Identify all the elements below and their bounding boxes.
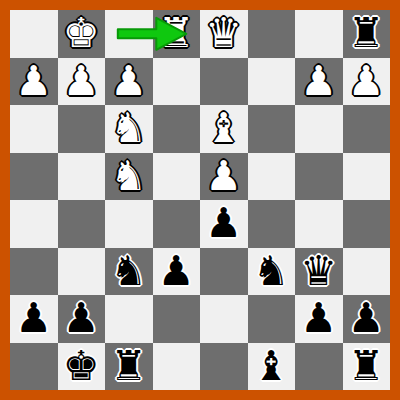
square-e2[interactable] — [153, 58, 201, 106]
piece-black-pawn[interactable]: ♟ — [295, 295, 343, 343]
piece-white-pawn[interactable]: ♟ — [58, 58, 106, 106]
square-f8[interactable]: ♜ — [105, 343, 153, 391]
square-h2[interactable]: ♟ — [10, 58, 58, 106]
square-c8[interactable]: ♝ — [248, 343, 296, 391]
square-b7[interactable]: ♟ — [295, 295, 343, 343]
square-a7[interactable]: ♟ — [343, 295, 391, 343]
square-g5[interactable] — [58, 200, 106, 248]
square-d2[interactable] — [200, 58, 248, 106]
square-d5[interactable]: ♟ — [200, 200, 248, 248]
square-e7[interactable] — [153, 295, 201, 343]
square-a3[interactable] — [343, 105, 391, 153]
piece-black-knight[interactable]: ♞ — [105, 248, 153, 296]
square-a6[interactable] — [343, 248, 391, 296]
square-f3[interactable]: ♞ — [105, 105, 153, 153]
square-f2[interactable]: ♟ — [105, 58, 153, 106]
piece-black-king[interactable]: ♚ — [58, 343, 106, 391]
square-b8[interactable] — [295, 343, 343, 391]
piece-white-pawn[interactable]: ♟ — [200, 153, 248, 201]
square-c1[interactable] — [248, 10, 296, 58]
square-d6[interactable] — [200, 248, 248, 296]
piece-white-pawn[interactable]: ♟ — [343, 58, 391, 106]
piece-white-king[interactable]: ♚ — [58, 10, 106, 58]
square-d7[interactable] — [200, 295, 248, 343]
piece-white-knight[interactable]: ♞ — [105, 153, 153, 201]
square-c6[interactable]: ♞ — [248, 248, 296, 296]
square-d1[interactable]: ♛ — [200, 10, 248, 58]
piece-black-queen[interactable]: ♛ — [295, 248, 343, 296]
square-c5[interactable] — [248, 200, 296, 248]
piece-black-rook[interactable]: ♜ — [343, 10, 391, 58]
square-g8[interactable]: ♚ — [58, 343, 106, 391]
square-f4[interactable]: ♞ — [105, 153, 153, 201]
square-e5[interactable] — [153, 200, 201, 248]
square-g1[interactable]: ♚ — [58, 10, 106, 58]
square-f6[interactable]: ♞ — [105, 248, 153, 296]
chess-board[interactable]: ♚♜♛♜♟♟♟♟♟♞♝♞♟♟♞♟♞♛♟♟♟♟♚♜♝♜ — [10, 10, 390, 390]
square-a1[interactable]: ♜ — [343, 10, 391, 58]
square-g7[interactable]: ♟ — [58, 295, 106, 343]
square-g4[interactable] — [58, 153, 106, 201]
piece-black-pawn[interactable]: ♟ — [153, 248, 201, 296]
square-c4[interactable] — [248, 153, 296, 201]
square-a2[interactable]: ♟ — [343, 58, 391, 106]
square-h3[interactable] — [10, 105, 58, 153]
square-c7[interactable] — [248, 295, 296, 343]
square-b1[interactable] — [295, 10, 343, 58]
square-b2[interactable]: ♟ — [295, 58, 343, 106]
piece-black-pawn[interactable]: ♟ — [58, 295, 106, 343]
piece-white-queen[interactable]: ♛ — [200, 10, 248, 58]
piece-black-pawn[interactable]: ♟ — [200, 200, 248, 248]
piece-white-pawn[interactable]: ♟ — [10, 58, 58, 106]
square-e1[interactable]: ♜ — [153, 10, 201, 58]
piece-white-rook[interactable]: ♜ — [153, 10, 201, 58]
square-h4[interactable] — [10, 153, 58, 201]
piece-white-knight[interactable]: ♞ — [105, 105, 153, 153]
square-h8[interactable] — [10, 343, 58, 391]
square-h5[interactable] — [10, 200, 58, 248]
piece-black-knight[interactable]: ♞ — [248, 248, 296, 296]
square-g2[interactable]: ♟ — [58, 58, 106, 106]
square-c2[interactable] — [248, 58, 296, 106]
square-f5[interactable] — [105, 200, 153, 248]
square-a4[interactable] — [343, 153, 391, 201]
square-d3[interactable]: ♝ — [200, 105, 248, 153]
square-f7[interactable] — [105, 295, 153, 343]
piece-black-rook[interactable]: ♜ — [343, 343, 391, 391]
piece-black-rook[interactable]: ♜ — [105, 343, 153, 391]
square-h6[interactable] — [10, 248, 58, 296]
piece-black-bishop[interactable]: ♝ — [248, 343, 296, 391]
square-h1[interactable] — [10, 10, 58, 58]
piece-white-pawn[interactable]: ♟ — [295, 58, 343, 106]
board-frame: ♚♜♛♜♟♟♟♟♟♞♝♞♟♟♞♟♞♛♟♟♟♟♚♜♝♜ — [0, 0, 400, 400]
square-c3[interactable] — [248, 105, 296, 153]
piece-black-pawn[interactable]: ♟ — [10, 295, 58, 343]
square-b3[interactable] — [295, 105, 343, 153]
square-e8[interactable] — [153, 343, 201, 391]
square-e6[interactable]: ♟ — [153, 248, 201, 296]
square-b6[interactable]: ♛ — [295, 248, 343, 296]
square-b5[interactable] — [295, 200, 343, 248]
square-a5[interactable] — [343, 200, 391, 248]
square-f1[interactable] — [105, 10, 153, 58]
square-d4[interactable]: ♟ — [200, 153, 248, 201]
piece-black-pawn[interactable]: ♟ — [343, 295, 391, 343]
piece-white-pawn[interactable]: ♟ — [105, 58, 153, 106]
piece-white-bishop[interactable]: ♝ — [200, 105, 248, 153]
square-g6[interactable] — [58, 248, 106, 296]
square-e3[interactable] — [153, 105, 201, 153]
square-h7[interactable]: ♟ — [10, 295, 58, 343]
square-b4[interactable] — [295, 153, 343, 201]
square-g3[interactable] — [58, 105, 106, 153]
square-a8[interactable]: ♜ — [343, 343, 391, 391]
square-e4[interactable] — [153, 153, 201, 201]
square-d8[interactable] — [200, 343, 248, 391]
